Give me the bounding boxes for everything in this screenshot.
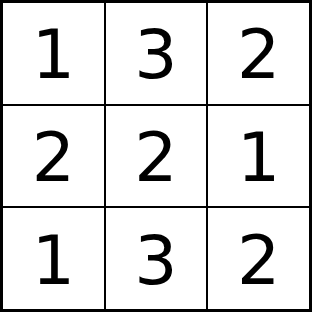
puzzle-board: 1 3 2 2 2 1 1 3 2 xyxy=(0,0,312,312)
cell-value: 2 xyxy=(237,227,280,295)
cell-value: 2 xyxy=(134,124,177,192)
cell-r1c1[interactable]: 2 xyxy=(106,106,207,207)
cell-r0c2[interactable]: 2 xyxy=(208,3,309,104)
cell-value: 2 xyxy=(32,124,75,192)
cell-r2c0[interactable]: 1 xyxy=(3,208,104,309)
cell-value: 1 xyxy=(32,227,75,295)
cell-r0c1[interactable]: 3 xyxy=(106,3,207,104)
cell-value: 3 xyxy=(134,21,177,89)
cell-r0c0[interactable]: 1 xyxy=(3,3,104,104)
cell-value: 3 xyxy=(134,227,177,295)
cell-r2c2[interactable]: 2 xyxy=(208,208,309,309)
cell-value: 1 xyxy=(32,21,75,89)
cell-value: 1 xyxy=(237,124,280,192)
cell-value: 2 xyxy=(237,21,280,89)
cell-r2c1[interactable]: 3 xyxy=(106,208,207,309)
cell-r1c0[interactable]: 2 xyxy=(3,106,104,207)
cell-r1c2[interactable]: 1 xyxy=(208,106,309,207)
